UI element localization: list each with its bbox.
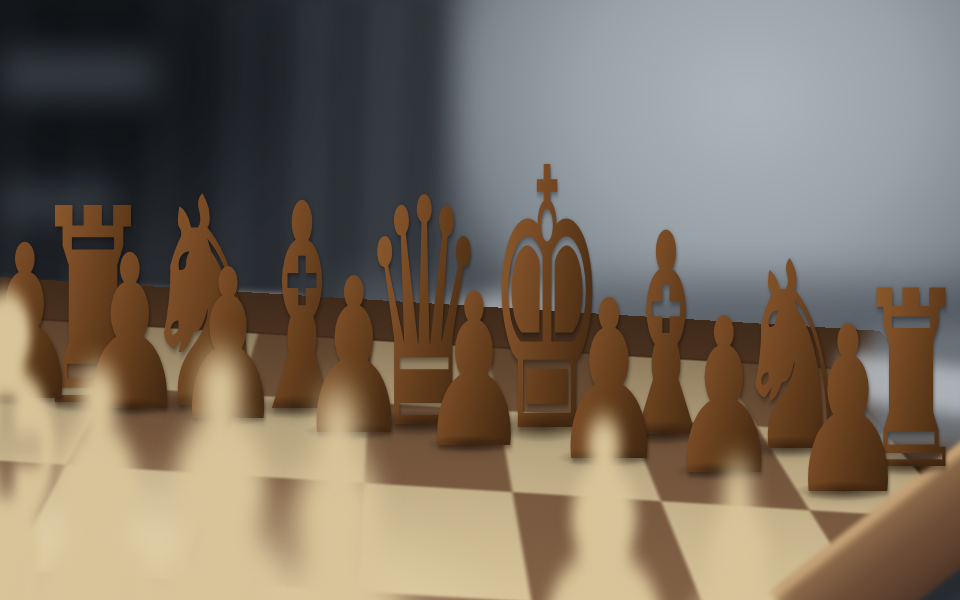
blurred-piece-light-pawn: ♟ <box>216 338 461 600</box>
background-light-smudge <box>0 52 155 98</box>
blurred-piece-light-pawn: ♟ <box>652 424 824 600</box>
photo-stage: ♜♞♝♛♚♝♞♜♟♟♟♟♟♟♟♟ ♝♟♟♟♟♟ <box>0 0 960 600</box>
